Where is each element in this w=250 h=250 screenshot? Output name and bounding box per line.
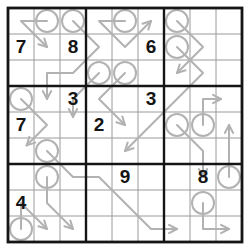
cell-r8c9[interactable]	[216, 190, 242, 216]
cell-r6c7[interactable]	[164, 138, 190, 164]
arrow-sudoku-board: 7863372984	[0, 0, 250, 250]
cell-grid: 7863372984	[8, 8, 242, 242]
cell-r1c7[interactable]	[164, 8, 190, 34]
cell-r4c1[interactable]	[8, 86, 34, 112]
cell-r8c3[interactable]	[60, 190, 86, 216]
cell-r3c8[interactable]	[190, 60, 216, 86]
cell-r3c6[interactable]	[138, 60, 164, 86]
cell-r3c1[interactable]	[8, 60, 34, 86]
cell-r5c5[interactable]	[112, 112, 138, 138]
cell-r6c8[interactable]	[190, 138, 216, 164]
cell-r2c7[interactable]	[164, 34, 190, 60]
cell-r4c9[interactable]	[216, 86, 242, 112]
cell-r3c2[interactable]	[34, 60, 60, 86]
cell-r2c5[interactable]	[112, 34, 138, 60]
cell-r2c3[interactable]: 8	[60, 34, 86, 60]
cell-r7c2[interactable]	[34, 164, 60, 190]
cell-r3c9[interactable]	[216, 60, 242, 86]
cell-r3c3[interactable]	[60, 60, 86, 86]
cell-r7c9[interactable]	[216, 164, 242, 190]
cell-r8c8[interactable]	[190, 190, 216, 216]
cell-r7c1[interactable]	[8, 164, 34, 190]
cell-r9c1[interactable]	[8, 216, 34, 242]
cell-r5c2[interactable]	[34, 112, 60, 138]
cell-r9c2[interactable]	[34, 216, 60, 242]
cell-r8c5[interactable]	[112, 190, 138, 216]
cell-r1c6[interactable]	[138, 8, 164, 34]
cell-r4c4[interactable]	[86, 86, 112, 112]
cell-r5c6[interactable]	[138, 112, 164, 138]
cell-r9c9[interactable]	[216, 216, 242, 242]
cell-r9c3[interactable]	[60, 216, 86, 242]
cell-r5c1[interactable]: 7	[8, 112, 34, 138]
cell-r5c3[interactable]	[60, 112, 86, 138]
cell-r1c1[interactable]	[8, 8, 34, 34]
cell-r3c4[interactable]	[86, 60, 112, 86]
cell-r7c3[interactable]	[60, 164, 86, 190]
cell-r1c8[interactable]	[190, 8, 216, 34]
cell-r1c3[interactable]	[60, 8, 86, 34]
cell-r2c1[interactable]: 7	[8, 34, 34, 60]
cell-r5c8[interactable]	[190, 112, 216, 138]
cell-r2c8[interactable]	[190, 34, 216, 60]
cell-r8c4[interactable]	[86, 190, 112, 216]
cell-r6c6[interactable]	[138, 138, 164, 164]
cell-r1c5[interactable]	[112, 8, 138, 34]
cell-r8c2[interactable]	[34, 190, 60, 216]
cell-r2c9[interactable]	[216, 34, 242, 60]
cell-r2c6[interactable]: 6	[138, 34, 164, 60]
cell-r6c3[interactable]	[60, 138, 86, 164]
cell-r8c6[interactable]	[138, 190, 164, 216]
cell-r4c7[interactable]	[164, 86, 190, 112]
cell-r5c7[interactable]	[164, 112, 190, 138]
cell-r6c5[interactable]	[112, 138, 138, 164]
cell-r6c9[interactable]	[216, 138, 242, 164]
cell-r1c2[interactable]	[34, 8, 60, 34]
cell-r1c9[interactable]	[216, 8, 242, 34]
cell-r6c2[interactable]	[34, 138, 60, 164]
cell-r4c8[interactable]	[190, 86, 216, 112]
cell-r3c7[interactable]	[164, 60, 190, 86]
cell-r7c4[interactable]	[86, 164, 112, 190]
cell-r4c5[interactable]	[112, 86, 138, 112]
cell-r5c9[interactable]	[216, 112, 242, 138]
cell-r9c8[interactable]	[190, 216, 216, 242]
cell-r1c4[interactable]	[86, 8, 112, 34]
cell-r8c1[interactable]: 4	[8, 190, 34, 216]
cell-r3c5[interactable]	[112, 60, 138, 86]
cell-r9c5[interactable]	[112, 216, 138, 242]
cell-r7c8[interactable]: 8	[190, 164, 216, 190]
cell-r4c2[interactable]	[34, 86, 60, 112]
cell-r5c4[interactable]: 2	[86, 112, 112, 138]
cell-r2c4[interactable]	[86, 34, 112, 60]
cell-r7c7[interactable]	[164, 164, 190, 190]
cell-r9c6[interactable]	[138, 216, 164, 242]
cell-r2c2[interactable]	[34, 34, 60, 60]
cell-r6c4[interactable]	[86, 138, 112, 164]
cell-r4c6[interactable]: 3	[138, 86, 164, 112]
cell-r9c7[interactable]	[164, 216, 190, 242]
cell-r7c6[interactable]	[138, 164, 164, 190]
cell-r6c1[interactable]	[8, 138, 34, 164]
cell-r4c3[interactable]: 3	[60, 86, 86, 112]
cell-r7c5[interactable]: 9	[112, 164, 138, 190]
cell-r9c4[interactable]	[86, 216, 112, 242]
cell-r8c7[interactable]	[164, 190, 190, 216]
